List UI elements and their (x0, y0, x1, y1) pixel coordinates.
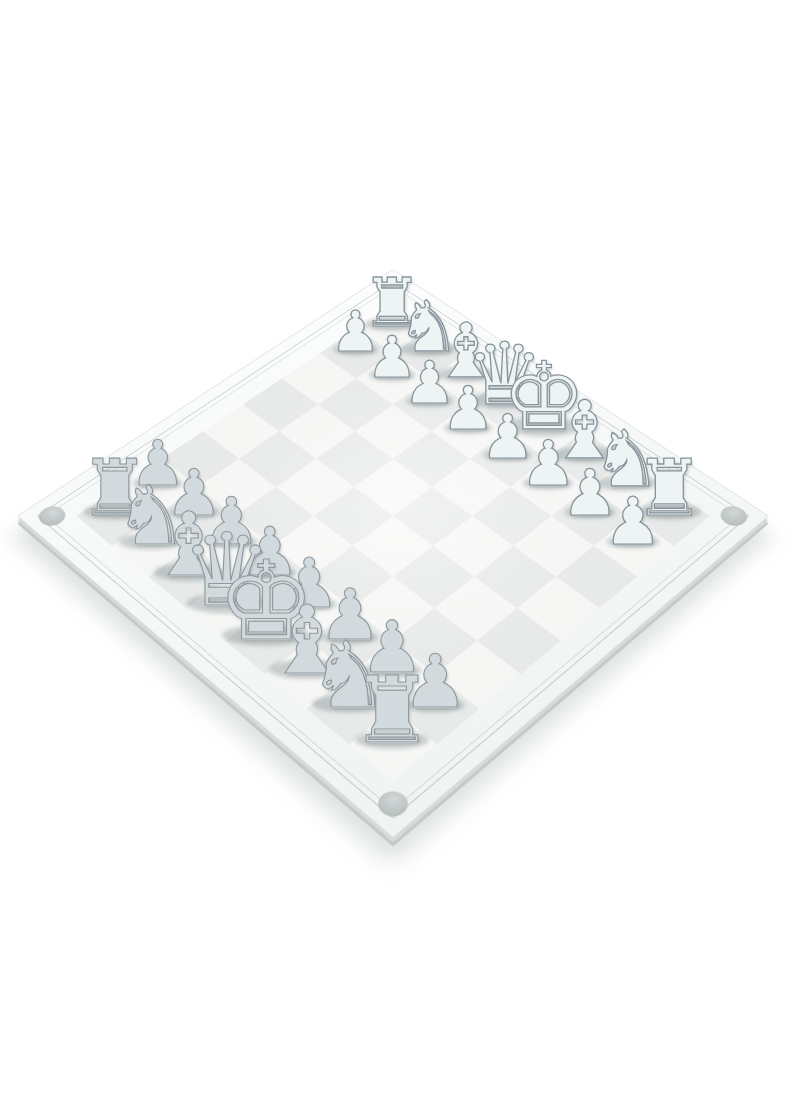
piece-black-pawn-h7[interactable]: ♟ (604, 489, 663, 555)
glass-chess-set-photo: ♜♞♝♛♚♝♞♜♟♟♟♟♟♟♟♟♟♟♟♟♟♟♟♟♜♞♝♛♚♝♞♜ (0, 0, 800, 1096)
piece-white-rook-h1[interactable]: ♜ (351, 665, 433, 757)
pieces-layer: ♜♞♝♛♚♝♞♜♟♟♟♟♟♟♟♟♟♟♟♟♟♟♟♟♜♞♝♛♚♝♞♜ (0, 0, 800, 1096)
